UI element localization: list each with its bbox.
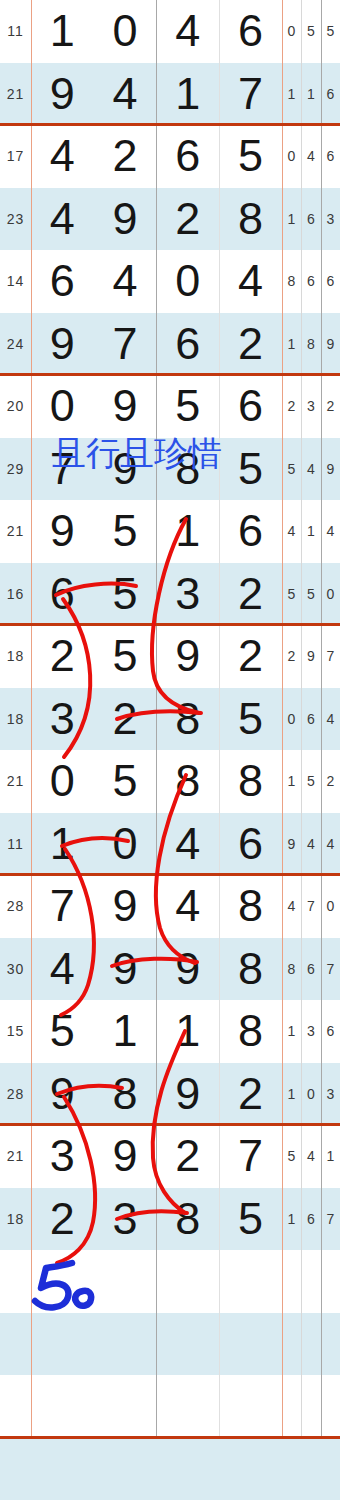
draw-row-3: 174265046 [0, 125, 340, 188]
sum-cell: 21 [0, 750, 31, 813]
digit-cell-4 [219, 1313, 282, 1376]
mini-cell-3: 6 [321, 1000, 340, 1063]
sum-cell: 24 [0, 313, 31, 376]
digit-cell-3 [157, 1375, 220, 1438]
draw-row-18: 289892103 [0, 1063, 340, 1126]
mini-cell-2: 5 [301, 750, 321, 813]
sum-cell: 23 [0, 188, 31, 251]
draw-row-13: 210588152 [0, 750, 340, 813]
digit-cell-4: 5 [219, 1188, 282, 1251]
digit-cell-3: 2 [157, 188, 220, 251]
mini-cell-1: 0 [282, 125, 301, 188]
digit-cell-3: 4 [157, 875, 220, 938]
mini-cell-1: 5 [282, 438, 301, 501]
sum-cell: 18 [0, 625, 31, 688]
digit-cell-2: 1 [94, 1000, 157, 1063]
sum-cell: 28 [0, 1063, 31, 1126]
mini-cell-1: 0 [282, 688, 301, 751]
footer-band [0, 1438, 340, 1500]
digit-cell-2: 5 [94, 625, 157, 688]
mini-cell-2: 4 [301, 1125, 321, 1188]
digit-cell-1: 4 [31, 938, 94, 1001]
mini-cell-3: 3 [321, 1063, 340, 1126]
digit-cell-1: 5 [31, 1000, 94, 1063]
mini-cell-2: 1 [301, 63, 321, 126]
mini-cell-3 [321, 1375, 340, 1438]
mini-cell-1: 1 [282, 188, 301, 251]
mini-cell-3: 9 [321, 438, 340, 501]
mini-cell-2 [301, 1375, 321, 1438]
draw-row-6: 249762189 [0, 313, 340, 376]
mini-cell-2: 9 [301, 625, 321, 688]
draw-row-20: 182385167 [0, 1188, 340, 1251]
group-divider-line [0, 623, 340, 626]
mini-cell-2: 6 [301, 188, 321, 251]
digit-cell-2: 8 [94, 1063, 157, 1126]
draw-row-10: 166532550 [0, 563, 340, 626]
digit-cell-3: 3 [157, 563, 220, 626]
draw-rows-list[interactable]: 1110460552194171161742650462349281631464… [0, 0, 340, 1438]
digit-cell-1: 4 [31, 188, 94, 251]
draw-row-17: 155118136 [0, 1000, 340, 1063]
digit-cell-2: 5 [94, 563, 157, 626]
mini-cell-1: 1 [282, 750, 301, 813]
sum-cell: 28 [0, 875, 31, 938]
gridline-faint-divider [219, 0, 220, 1438]
digit-cell-3: 6 [157, 313, 220, 376]
mini-cell-2: 7 [301, 875, 321, 938]
digit-cell-1: 0 [31, 375, 94, 438]
mini-cell-2: 3 [301, 1000, 321, 1063]
digit-cell-1: 9 [31, 63, 94, 126]
draw-row-23 [0, 1375, 340, 1438]
digit-cell-2: 7 [94, 313, 157, 376]
digit-cell-4: 8 [219, 188, 282, 251]
digit-cell-3: 6 [157, 125, 220, 188]
mini-cell-3: 4 [321, 500, 340, 563]
digit-cell-3: 4 [157, 0, 220, 63]
digit-cell-1: 4 [31, 125, 94, 188]
digit-cell-3: 0 [157, 250, 220, 313]
mini-cell-1: 1 [282, 313, 301, 376]
draw-row-1: 111046055 [0, 0, 340, 63]
draw-row-4: 234928163 [0, 188, 340, 251]
mini-cell-3: 7 [321, 625, 340, 688]
digit-cell-3: 9 [157, 938, 220, 1001]
sum-cell: 21 [0, 500, 31, 563]
mini-cell-1: 1 [282, 63, 301, 126]
digit-cell-2: 9 [94, 188, 157, 251]
mini-cell-1: 4 [282, 500, 301, 563]
sum-cell: 15 [0, 1000, 31, 1063]
digit-cell-3 [157, 1313, 220, 1376]
sum-cell: 18 [0, 688, 31, 751]
digit-cell-4: 8 [219, 750, 282, 813]
sum-cell: 14 [0, 250, 31, 313]
digit-cell-1: 9 [31, 500, 94, 563]
mini-cell-1: 0 [282, 0, 301, 63]
digit-cell-1 [31, 1313, 94, 1376]
handwritten-blue-caption: 且行且珍惜 [52, 437, 222, 471]
digit-cell-1 [31, 1250, 94, 1313]
mini-cell-3: 9 [321, 313, 340, 376]
digit-cell-2: 4 [94, 63, 157, 126]
group-divider-line [0, 373, 340, 376]
sum-cell: 16 [0, 563, 31, 626]
digit-cell-4: 6 [219, 375, 282, 438]
digit-cell-3: 2 [157, 1125, 220, 1188]
draw-row-14: 111046944 [0, 813, 340, 876]
digit-cell-2 [94, 1313, 157, 1376]
digit-cell-4: 2 [219, 625, 282, 688]
digit-cell-3: 8 [157, 688, 220, 751]
digit-cell-1: 9 [31, 313, 94, 376]
digit-cell-3: 1 [157, 63, 220, 126]
draw-row-19: 213927541 [0, 1125, 340, 1188]
mini-cell-2 [301, 1313, 321, 1376]
digit-cell-4: 2 [219, 1063, 282, 1126]
mini-cell-3: 6 [321, 250, 340, 313]
sum-cell [0, 1250, 31, 1313]
digit-cell-2: 5 [94, 500, 157, 563]
digit-cell-2: 9 [94, 875, 157, 938]
draw-row-5: 146404866 [0, 250, 340, 313]
draw-row-15: 287948470 [0, 875, 340, 938]
mini-cell-2 [301, 1250, 321, 1313]
digit-cell-4: 5 [219, 688, 282, 751]
digit-cell-4: 7 [219, 63, 282, 126]
group-divider-line [0, 123, 340, 126]
digit-cell-1: 3 [31, 1125, 94, 1188]
mini-cell-3: 1 [321, 1125, 340, 1188]
digit-cell-4: 2 [219, 313, 282, 376]
digit-cell-1: 6 [31, 563, 94, 626]
digit-cell-3: 4 [157, 813, 220, 876]
group-divider-line [0, 1123, 340, 1126]
draw-row-21 [0, 1250, 340, 1313]
digit-cell-1: 7 [31, 875, 94, 938]
digit-cell-2: 9 [94, 938, 157, 1001]
gridline-tail-divider-3 [321, 0, 322, 1438]
mini-cell-3: 2 [321, 375, 340, 438]
mini-cell-1 [282, 1375, 301, 1438]
digit-cell-3: 1 [157, 500, 220, 563]
mini-cell-3: 2 [321, 750, 340, 813]
gridline-sum-divider [31, 0, 32, 1438]
mini-cell-3: 6 [321, 63, 340, 126]
sum-cell: 18 [0, 1188, 31, 1251]
mini-cell-2: 0 [301, 1063, 321, 1126]
digit-cell-1 [31, 1375, 94, 1438]
mini-cell-3 [321, 1250, 340, 1313]
digit-cell-4: 8 [219, 875, 282, 938]
mini-cell-3: 0 [321, 875, 340, 938]
mini-cell-2: 5 [301, 0, 321, 63]
digit-cell-3: 9 [157, 1063, 220, 1126]
sum-cell: 11 [0, 813, 31, 876]
digit-cell-1: 9 [31, 1063, 94, 1126]
draw-row-9: 219516414 [0, 500, 340, 563]
sum-cell: 20 [0, 375, 31, 438]
mini-cell-3: 4 [321, 688, 340, 751]
digit-cell-4 [219, 1375, 282, 1438]
mini-cell-3: 7 [321, 938, 340, 1001]
lottery-trend-sheet: 1110460552194171161742650462349281631464… [0, 0, 340, 1500]
digit-cell-1: 0 [31, 750, 94, 813]
mini-cell-1: 5 [282, 563, 301, 626]
digit-cell-4: 7 [219, 1125, 282, 1188]
sum-cell: 29 [0, 438, 31, 501]
mini-cell-2: 6 [301, 1188, 321, 1251]
digit-cell-2 [94, 1375, 157, 1438]
digit-cell-1: 1 [31, 0, 94, 63]
mini-cell-2: 4 [301, 813, 321, 876]
digit-cell-4 [219, 1250, 282, 1313]
digit-cell-4: 6 [219, 500, 282, 563]
digit-cell-4: 4 [219, 250, 282, 313]
digit-cell-2: 9 [94, 375, 157, 438]
mini-cell-3 [321, 1313, 340, 1376]
digit-cell-4: 8 [219, 938, 282, 1001]
gridline-tail-divider-2 [301, 0, 302, 1438]
mini-cell-2: 4 [301, 125, 321, 188]
mini-cell-1: 1 [282, 1000, 301, 1063]
mini-cell-2: 1 [301, 500, 321, 563]
sum-cell: 21 [0, 1125, 31, 1188]
mini-cell-1: 5 [282, 1125, 301, 1188]
digit-cell-2: 4 [94, 250, 157, 313]
digit-cell-4: 5 [219, 125, 282, 188]
draw-row-2: 219417116 [0, 63, 340, 126]
sum-cell: 11 [0, 0, 31, 63]
mini-cell-2: 3 [301, 375, 321, 438]
mini-cell-1: 9 [282, 813, 301, 876]
sum-cell: 21 [0, 63, 31, 126]
mini-cell-2: 5 [301, 563, 321, 626]
digit-cell-3: 9 [157, 625, 220, 688]
sum-cell [0, 1375, 31, 1438]
digit-cell-3: 8 [157, 750, 220, 813]
digit-cell-2: 0 [94, 813, 157, 876]
digit-cell-2: 5 [94, 750, 157, 813]
draw-row-11: 182592297 [0, 625, 340, 688]
mini-cell-1: 8 [282, 938, 301, 1001]
mini-cell-1 [282, 1250, 301, 1313]
digit-cell-3: 5 [157, 375, 220, 438]
sum-cell [0, 1313, 31, 1376]
gridline-mid-divider [156, 0, 157, 1438]
group-divider-line [0, 1436, 340, 1439]
mini-cell-1 [282, 1313, 301, 1376]
digit-cell-4: 6 [219, 0, 282, 63]
digit-cell-2: 3 [94, 1188, 157, 1251]
mini-cell-2: 6 [301, 250, 321, 313]
digit-cell-1: 6 [31, 250, 94, 313]
mini-cell-1: 2 [282, 375, 301, 438]
digit-cell-4: 6 [219, 813, 282, 876]
mini-cell-3: 4 [321, 813, 340, 876]
mini-cell-3: 3 [321, 188, 340, 251]
gridline-tail-divider [282, 0, 283, 1438]
digit-cell-4: 5 [219, 438, 282, 501]
digit-cell-1: 2 [31, 1188, 94, 1251]
digit-cell-4: 2 [219, 563, 282, 626]
draw-row-22 [0, 1313, 340, 1376]
mini-cell-2: 6 [301, 688, 321, 751]
digit-cell-4: 8 [219, 1000, 282, 1063]
mini-cell-2: 8 [301, 313, 321, 376]
sum-cell: 17 [0, 125, 31, 188]
group-divider-line [0, 873, 340, 876]
digit-cell-2: 2 [94, 125, 157, 188]
mini-cell-1: 4 [282, 875, 301, 938]
digit-cell-2: 9 [94, 1125, 157, 1188]
digit-cell-3 [157, 1250, 220, 1313]
mini-cell-1: 8 [282, 250, 301, 313]
digit-cell-1: 2 [31, 625, 94, 688]
mini-cell-2: 6 [301, 938, 321, 1001]
mini-cell-1: 2 [282, 625, 301, 688]
digit-cell-3: 1 [157, 1000, 220, 1063]
digit-cell-1: 1 [31, 813, 94, 876]
mini-cell-1: 1 [282, 1063, 301, 1126]
mini-cell-3: 7 [321, 1188, 340, 1251]
mini-cell-3: 5 [321, 0, 340, 63]
draw-row-16: 304998867 [0, 938, 340, 1001]
draw-row-12: 183285064 [0, 688, 340, 751]
digit-cell-2 [94, 1250, 157, 1313]
digit-cell-2: 2 [94, 688, 157, 751]
mini-cell-3: 6 [321, 125, 340, 188]
mini-cell-2: 4 [301, 438, 321, 501]
mini-cell-1: 1 [282, 1188, 301, 1251]
draw-row-7: 200956232 [0, 375, 340, 438]
mini-cell-3: 0 [321, 563, 340, 626]
digit-cell-2: 0 [94, 0, 157, 63]
digit-cell-1: 3 [31, 688, 94, 751]
digit-cell-3: 8 [157, 1188, 220, 1251]
sum-cell: 30 [0, 938, 31, 1001]
